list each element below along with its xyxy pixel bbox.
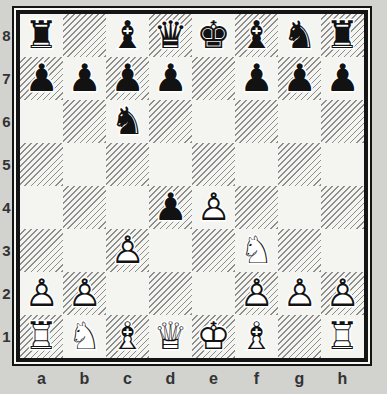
piece-glyph: ♜: [24, 14, 58, 57]
square-g6: [278, 100, 321, 143]
square-f8: ♝♝: [235, 14, 278, 57]
board-inner-frame: ♜♜♝♝♛♛♚♚♝♝♞♞♜♜♟♟♟♟♟♟♟♟♟♟♟♟♟♟♞♞♟♟♟♙♟♙♞♘♟♙…: [16, 10, 368, 362]
square-f4: [235, 186, 278, 229]
square-f3: ♞♘: [235, 229, 278, 272]
piece-white-knight: ♞♘: [235, 229, 278, 272]
piece-glyph: ♟: [282, 57, 316, 100]
piece-black-pawn: ♟♟: [278, 57, 321, 100]
square-h4: [321, 186, 364, 229]
piece-white-bishop: ♝♗: [235, 315, 278, 358]
file-label-h: h: [321, 366, 364, 392]
piece-glyph: ♟: [67, 57, 101, 100]
square-e3: [192, 229, 235, 272]
square-b4: [63, 186, 106, 229]
square-g7: ♟♟: [278, 57, 321, 100]
square-e2: [192, 272, 235, 315]
square-b1: ♞♘: [63, 315, 106, 358]
square-d6: [149, 100, 192, 143]
file-label-e: e: [192, 366, 235, 392]
square-b7: ♟♟: [63, 57, 106, 100]
piece-glyph: ♝: [239, 14, 273, 57]
square-b6: [63, 100, 106, 143]
file-labels: abcdefgh: [20, 366, 364, 392]
square-h5: [321, 143, 364, 186]
square-a1: ♜♖: [20, 315, 63, 358]
square-b3: [63, 229, 106, 272]
square-g3: [278, 229, 321, 272]
piece-white-pawn: ♟♙: [106, 229, 149, 272]
piece-glyph: ♞: [282, 14, 316, 57]
square-g8: ♞♞: [278, 14, 321, 57]
piece-white-knight: ♞♘: [63, 315, 106, 358]
square-c3: ♟♙: [106, 229, 149, 272]
file-label-d: d: [149, 366, 192, 392]
piece-black-pawn: ♟♟: [63, 57, 106, 100]
piece-black-pawn: ♟♟: [235, 57, 278, 100]
square-d5: [149, 143, 192, 186]
piece-glyph: ♘: [239, 229, 273, 272]
piece-glyph: ♖: [325, 315, 359, 358]
piece-glyph: ♟: [239, 57, 273, 100]
piece-black-bishop: ♝♝: [106, 14, 149, 57]
piece-glyph: ♟: [24, 57, 58, 100]
square-a3: [20, 229, 63, 272]
board: ♜♜♝♝♛♛♚♚♝♝♞♞♜♜♟♟♟♟♟♟♟♟♟♟♟♟♟♟♞♞♟♟♟♙♟♙♞♘♟♙…: [20, 14, 364, 358]
piece-glyph: ♟: [153, 186, 187, 229]
square-a2: ♟♙: [20, 272, 63, 315]
square-e6: [192, 100, 235, 143]
square-b2: ♟♙: [63, 272, 106, 315]
piece-glyph: ♙: [67, 272, 101, 315]
square-g5: [278, 143, 321, 186]
square-f5: [235, 143, 278, 186]
chess-diagram: 87654321 ♜♜♝♝♛♛♚♚♝♝♞♞♜♜♟♟♟♟♟♟♟♟♟♟♟♟♟♟♞♞♟…: [0, 0, 387, 394]
square-h6: [321, 100, 364, 143]
square-e1: ♚♔: [192, 315, 235, 358]
square-b5: [63, 143, 106, 186]
file-label-f: f: [235, 366, 278, 392]
piece-black-knight: ♞♞: [278, 14, 321, 57]
square-a8: ♜♜: [20, 14, 63, 57]
piece-glyph: ♙: [196, 186, 230, 229]
square-h2: ♟♙: [321, 272, 364, 315]
piece-glyph: ♙: [110, 229, 144, 272]
square-a6: [20, 100, 63, 143]
square-e4: ♟♙: [192, 186, 235, 229]
piece-glyph: ♙: [282, 272, 316, 315]
piece-black-rook: ♜♜: [20, 14, 63, 57]
square-a7: ♟♟: [20, 57, 63, 100]
square-d3: [149, 229, 192, 272]
piece-white-rook: ♜♖: [321, 315, 364, 358]
square-h1: ♜♖: [321, 315, 364, 358]
piece-white-pawn: ♟♙: [278, 272, 321, 315]
square-h7: ♟♟: [321, 57, 364, 100]
square-g2: ♟♙: [278, 272, 321, 315]
piece-black-queen: ♛♛: [149, 14, 192, 57]
square-g1: [278, 315, 321, 358]
square-g4: [278, 186, 321, 229]
piece-black-pawn: ♟♟: [321, 57, 364, 100]
square-c7: ♟♟: [106, 57, 149, 100]
piece-glyph: ♟: [153, 57, 187, 100]
square-f6: [235, 100, 278, 143]
piece-glyph: ♖: [24, 315, 58, 358]
piece-black-knight: ♞♞: [106, 100, 149, 143]
file-label-a: a: [20, 366, 63, 392]
square-c4: [106, 186, 149, 229]
piece-glyph: ♜: [325, 14, 359, 57]
piece-glyph: ♝: [110, 14, 144, 57]
square-c6: ♞♞: [106, 100, 149, 143]
piece-white-pawn: ♟♙: [235, 272, 278, 315]
piece-glyph: ♙: [239, 272, 273, 315]
piece-black-pawn: ♟♟: [149, 57, 192, 100]
square-d2: [149, 272, 192, 315]
piece-black-pawn: ♟♟: [106, 57, 149, 100]
square-c1: ♝♗: [106, 315, 149, 358]
square-c2: [106, 272, 149, 315]
file-label-c: c: [106, 366, 149, 392]
piece-white-queen: ♛♕: [149, 315, 192, 358]
piece-glyph: ♗: [239, 315, 273, 358]
square-d1: ♛♕: [149, 315, 192, 358]
piece-glyph: ♚: [196, 14, 230, 57]
piece-black-rook: ♜♜: [321, 14, 364, 57]
piece-black-king: ♚♚: [192, 14, 235, 57]
square-a4: [20, 186, 63, 229]
square-d7: ♟♟: [149, 57, 192, 100]
square-e5: [192, 143, 235, 186]
piece-glyph: ♘: [67, 315, 101, 358]
piece-glyph: ♙: [325, 272, 359, 315]
square-e7: [192, 57, 235, 100]
piece-white-pawn: ♟♙: [20, 272, 63, 315]
square-c5: [106, 143, 149, 186]
square-h3: [321, 229, 364, 272]
piece-white-pawn: ♟♙: [192, 186, 235, 229]
piece-white-rook: ♜♖: [20, 315, 63, 358]
square-f2: ♟♙: [235, 272, 278, 315]
square-c8: ♝♝: [106, 14, 149, 57]
piece-glyph: ♛: [153, 14, 187, 57]
piece-white-king: ♚♔: [192, 315, 235, 358]
piece-glyph: ♗: [110, 315, 144, 358]
square-d8: ♛♛: [149, 14, 192, 57]
file-label-b: b: [63, 366, 106, 392]
piece-glyph: ♔: [196, 315, 230, 358]
board-outer-frame: ♜♜♝♝♛♛♚♚♝♝♞♞♜♜♟♟♟♟♟♟♟♟♟♟♟♟♟♟♞♞♟♟♟♙♟♙♞♘♟♙…: [12, 6, 372, 366]
piece-glyph: ♟: [110, 57, 144, 100]
square-h8: ♜♜: [321, 14, 364, 57]
piece-black-bishop: ♝♝: [235, 14, 278, 57]
square-f7: ♟♟: [235, 57, 278, 100]
piece-white-pawn: ♟♙: [321, 272, 364, 315]
square-f1: ♝♗: [235, 315, 278, 358]
square-d4: ♟♟: [149, 186, 192, 229]
piece-glyph: ♙: [24, 272, 58, 315]
piece-glyph: ♞: [110, 100, 144, 143]
file-label-g: g: [278, 366, 321, 392]
piece-white-pawn: ♟♙: [63, 272, 106, 315]
square-e8: ♚♚: [192, 14, 235, 57]
square-b8: [63, 14, 106, 57]
piece-glyph: ♕: [153, 315, 187, 358]
piece-black-pawn: ♟♟: [20, 57, 63, 100]
piece-glyph: ♟: [325, 57, 359, 100]
piece-white-bishop: ♝♗: [106, 315, 149, 358]
square-a5: [20, 143, 63, 186]
piece-black-pawn: ♟♟: [149, 186, 192, 229]
